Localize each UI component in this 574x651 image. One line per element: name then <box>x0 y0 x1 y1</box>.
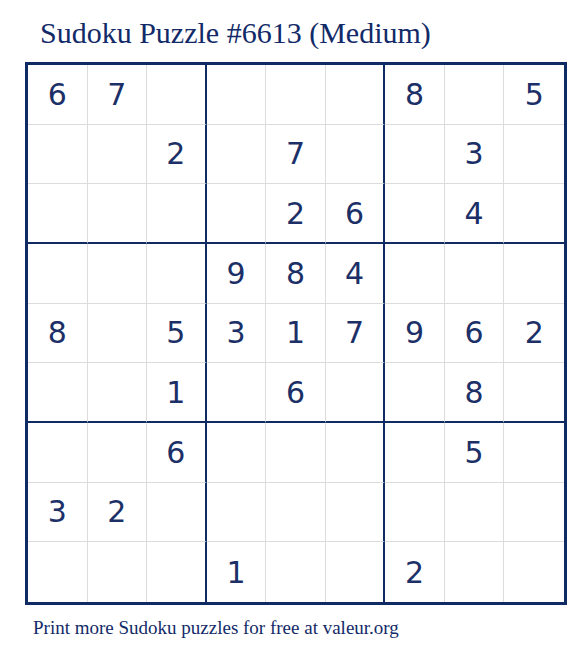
sudoku-cell-r1c7: 8 <box>385 65 445 125</box>
sudoku-cell-r4c2 <box>88 244 148 304</box>
sudoku-cell-r5c9: 2 <box>504 304 564 364</box>
sudoku-cell-r6c8: 8 <box>445 363 505 423</box>
sudoku-cell-r9c4: 1 <box>207 542 267 602</box>
sudoku-cell-r3c8: 4 <box>445 184 505 244</box>
sudoku-cell-r4c5: 8 <box>266 244 326 304</box>
sudoku-cell-r2c6 <box>326 125 386 185</box>
sudoku-cell-r8c2: 2 <box>88 483 148 543</box>
sudoku-cell-r9c2 <box>88 542 148 602</box>
sudoku-cell-r3c6: 6 <box>326 184 386 244</box>
sudoku-cell-r2c7 <box>385 125 445 185</box>
sudoku-cell-r6c4 <box>207 363 267 423</box>
sudoku-cell-r7c9 <box>504 423 564 483</box>
sudoku-cell-r1c2: 7 <box>88 65 148 125</box>
sudoku-cell-r9c9 <box>504 542 564 602</box>
sudoku-cell-r8c3 <box>147 483 207 543</box>
sudoku-cell-r1c4 <box>207 65 267 125</box>
sudoku-cell-r7c4 <box>207 423 267 483</box>
sudoku-cell-r4c6: 4 <box>326 244 386 304</box>
sudoku-cell-r3c4 <box>207 184 267 244</box>
page-title: Sudoku Puzzle #6613 (Medium) <box>40 16 431 50</box>
sudoku-cell-r8c8 <box>445 483 505 543</box>
sudoku-cell-r1c9: 5 <box>504 65 564 125</box>
sudoku-cell-r6c7 <box>385 363 445 423</box>
sudoku-cell-r8c5 <box>266 483 326 543</box>
sudoku-cell-r8c9 <box>504 483 564 543</box>
sudoku-cell-r2c1 <box>28 125 88 185</box>
sudoku-cell-r5c2 <box>88 304 148 364</box>
sudoku-cell-r7c5 <box>266 423 326 483</box>
sudoku-cell-r3c2 <box>88 184 148 244</box>
sudoku-board: 678527326498485317962168653212 <box>25 62 567 605</box>
sudoku-cell-r1c3 <box>147 65 207 125</box>
sudoku-cell-r7c6 <box>326 423 386 483</box>
sudoku-cell-r8c7 <box>385 483 445 543</box>
sudoku-cell-r4c1 <box>28 244 88 304</box>
sudoku-cell-r1c5 <box>266 65 326 125</box>
sudoku-cell-r7c3: 6 <box>147 423 207 483</box>
sudoku-cell-r5c8: 6 <box>445 304 505 364</box>
sudoku-cell-r3c1 <box>28 184 88 244</box>
sudoku-cell-r9c7: 2 <box>385 542 445 602</box>
sudoku-cell-r9c3 <box>147 542 207 602</box>
sudoku-cell-r8c6 <box>326 483 386 543</box>
sudoku-cell-r7c2 <box>88 423 148 483</box>
sudoku-cell-r3c3 <box>147 184 207 244</box>
sudoku-cell-r8c1: 3 <box>28 483 88 543</box>
sudoku-cell-r3c9 <box>504 184 564 244</box>
sudoku-cell-r4c9 <box>504 244 564 304</box>
sudoku-cell-r5c5: 1 <box>266 304 326 364</box>
sudoku-cell-r2c2 <box>88 125 148 185</box>
sudoku-cell-r4c7 <box>385 244 445 304</box>
sudoku-cell-r3c7 <box>385 184 445 244</box>
sudoku-cell-r9c8 <box>445 542 505 602</box>
sudoku-cell-r6c5: 6 <box>266 363 326 423</box>
sudoku-cell-r4c8 <box>445 244 505 304</box>
sudoku-cell-r5c6: 7 <box>326 304 386 364</box>
sudoku-cell-r3c5: 2 <box>266 184 326 244</box>
sudoku-cell-r4c4: 9 <box>207 244 267 304</box>
sudoku-cell-r2c9 <box>504 125 564 185</box>
sudoku-cell-r5c4: 3 <box>207 304 267 364</box>
sudoku-cell-r6c3: 1 <box>147 363 207 423</box>
sudoku-cell-r1c8 <box>445 65 505 125</box>
sudoku-cell-r8c4 <box>207 483 267 543</box>
sudoku-cell-r2c4 <box>207 125 267 185</box>
sudoku-cell-r7c8: 5 <box>445 423 505 483</box>
footer-text: Print more Sudoku puzzles for free at va… <box>33 617 399 639</box>
sudoku-cell-r9c6 <box>326 542 386 602</box>
sudoku-cell-r6c6 <box>326 363 386 423</box>
sudoku-cell-r6c9 <box>504 363 564 423</box>
sudoku-cell-r2c5: 7 <box>266 125 326 185</box>
sudoku-cell-r5c3: 5 <box>147 304 207 364</box>
sudoku-cell-r7c7 <box>385 423 445 483</box>
sudoku-cell-r6c2 <box>88 363 148 423</box>
sudoku-cell-r9c1 <box>28 542 88 602</box>
sudoku-cell-r4c3 <box>147 244 207 304</box>
sudoku-cell-r7c1 <box>28 423 88 483</box>
sudoku-cell-r2c3: 2 <box>147 125 207 185</box>
sudoku-cell-r5c7: 9 <box>385 304 445 364</box>
sudoku-cell-r1c1: 6 <box>28 65 88 125</box>
sudoku-cell-r2c8: 3 <box>445 125 505 185</box>
sudoku-cell-r6c1 <box>28 363 88 423</box>
sudoku-cell-r5c1: 8 <box>28 304 88 364</box>
sudoku-cell-r9c5 <box>266 542 326 602</box>
sudoku-print-page: Sudoku Puzzle #6613 (Medium) 67852732649… <box>0 0 574 651</box>
sudoku-cell-r1c6 <box>326 65 386 125</box>
